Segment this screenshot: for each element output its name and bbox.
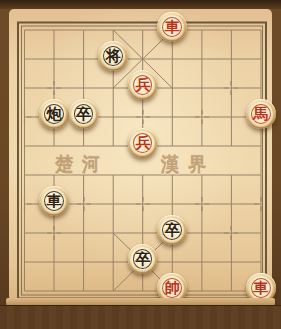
piece-glyph: 車 [157, 12, 187, 42]
piece-black-general[interactable]: 将 [98, 45, 128, 74]
piece-red-soldier[interactable]: 兵 [128, 132, 158, 161]
piece-glyph: 卒 [128, 244, 158, 274]
piece-glyph: 車 [39, 186, 69, 216]
piece-red-horse[interactable]: 馬 [246, 103, 276, 132]
piece-glyph: 炮 [39, 99, 69, 129]
piece-black-cannon[interactable]: 炮 [39, 103, 69, 132]
piece-black-soldier[interactable]: 卒 [157, 219, 187, 248]
bottom-frame-bar [0, 305, 281, 329]
pieces-layer: 車将兵炮卒馬兵車卒卒帥車 [10, 16, 277, 307]
piece-glyph: 兵 [128, 70, 158, 100]
piece-glyph: 卒 [69, 99, 99, 129]
piece-glyph: 馬 [246, 99, 276, 129]
piece-red-chariot[interactable]: 車 [157, 16, 187, 45]
top-frame-bar [0, 0, 281, 9]
piece-red-soldier[interactable]: 兵 [128, 74, 158, 103]
piece-glyph: 兵 [128, 128, 158, 158]
piece-black-soldier[interactable]: 卒 [128, 248, 158, 277]
piece-black-chariot[interactable]: 車 [39, 190, 69, 219]
app-background: 楚河 漢界 車将兵炮卒馬兵車卒卒帥車 [0, 0, 281, 329]
piece-glyph: 卒 [157, 215, 187, 245]
xiangqi-board[interactable]: 楚河 漢界 車将兵炮卒馬兵車卒卒帥車 [9, 9, 272, 299]
piece-black-soldier[interactable]: 卒 [69, 103, 99, 132]
piece-glyph: 将 [98, 41, 128, 71]
